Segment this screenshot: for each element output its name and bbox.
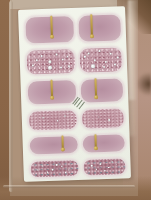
rhinestone-gem <box>98 116 100 118</box>
plastic-sleeve-right-edge <box>128 0 137 100</box>
rhinestone-gem <box>108 167 110 169</box>
nail-wrap-r1c1 <box>25 16 74 44</box>
nail-wrap-r4c1 <box>29 110 78 131</box>
nail-wrap-r4c2 <box>82 108 125 128</box>
gold-stripe-accent <box>51 16 54 37</box>
nail-wrap-r3c1 <box>28 80 77 105</box>
rhinestone-gem <box>48 65 52 69</box>
rhinestone-gem <box>93 59 95 61</box>
nail-wrap-r6c2 <box>83 158 126 175</box>
rhinestone-gem <box>99 163 101 165</box>
rhinestone-gem <box>91 165 93 167</box>
nail-wrap-r2c1 <box>26 49 75 75</box>
rhinestone-gem <box>110 53 112 55</box>
rhinestone-gem <box>42 165 44 167</box>
rhinestone-gem <box>88 52 90 54</box>
rhinestone-gem <box>41 55 43 57</box>
rhinestone-gem <box>56 164 58 166</box>
nail-wrap-r1c2 <box>78 14 121 41</box>
background-dark-smudge <box>136 72 151 96</box>
nail-wrap-r5c2 <box>82 134 125 152</box>
rhinestone-gem <box>95 169 97 171</box>
gold-stripe-accent <box>94 78 97 97</box>
plastic-sleeve-left-edge <box>9 1 13 192</box>
gold-stripe-accent <box>90 14 93 36</box>
rhinestone-gem <box>51 169 53 171</box>
rhinestone-gem <box>120 166 122 168</box>
wrap-grid <box>18 6 131 182</box>
rhinestone-gem <box>104 170 106 172</box>
gold-stripe-accent <box>50 80 53 98</box>
nail-wrap-r5c1 <box>29 136 78 155</box>
rhinestone-gem <box>68 65 70 67</box>
rhinestone-gem <box>48 60 51 63</box>
rhinestone-gem <box>114 64 116 66</box>
rhinestone-gem <box>42 117 44 119</box>
nail-wrap-r2c2 <box>79 47 122 72</box>
rhinestone-gem <box>57 120 59 122</box>
rhinestone-gem <box>91 64 95 68</box>
rhinestone-gem <box>65 172 67 174</box>
nail-wrap-r3c2 <box>81 78 124 102</box>
rhinestone-gem <box>64 115 66 117</box>
rhinestone-gem <box>103 66 105 68</box>
rhinestone-gem <box>68 169 70 171</box>
gold-stripe-accent <box>61 135 64 149</box>
rhinestone-gem <box>84 56 86 58</box>
rhinestone-gem <box>47 171 49 173</box>
rhinestone-gem <box>117 57 119 59</box>
nail-wrap-r6c1 <box>30 160 79 178</box>
rhinestone-gem <box>37 169 39 171</box>
gold-stripe-accent <box>94 134 97 148</box>
nail-wrap-backing-sheet <box>18 6 131 182</box>
plastic-sleeve-bottom-crease <box>3 185 135 188</box>
rhinestone-gem <box>115 163 117 165</box>
rhinestone-gem <box>32 64 34 66</box>
rhinestone-gem <box>108 119 110 121</box>
rhinestone-gem <box>99 50 101 52</box>
rhinestone-gem <box>61 165 63 167</box>
rhinestone-gem <box>61 59 63 61</box>
rhinestone-gem <box>67 56 69 58</box>
photo-nail-wrap-sheet <box>0 0 151 200</box>
rhinestone-gem <box>55 53 57 55</box>
rhinestone-gem <box>111 161 113 163</box>
rhinestone-gem <box>104 61 106 63</box>
rhinestone-gem <box>60 67 62 69</box>
rhinestone-gem <box>36 59 38 61</box>
